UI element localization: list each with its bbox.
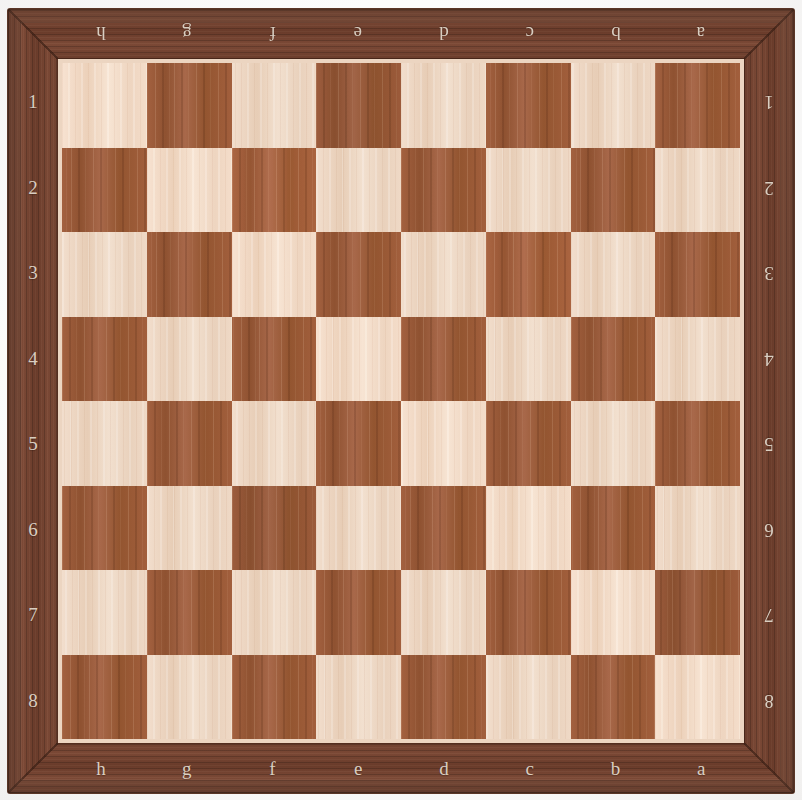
frame-left-rank-labels: 12345678 [8, 59, 58, 743]
rank-label-7: 7 [744, 572, 794, 658]
square-f6[interactable] [232, 486, 317, 571]
square-f4[interactable] [232, 317, 317, 402]
frame-corner-bottom-right [744, 743, 794, 793]
rank-label-2: 2 [744, 145, 794, 231]
file-label-d: d [401, 743, 487, 793]
file-label-g: g [144, 743, 230, 793]
square-c7[interactable] [486, 570, 571, 655]
file-label-a: a [658, 9, 744, 59]
square-d5[interactable] [401, 401, 486, 486]
playing-field [58, 59, 744, 743]
rank-label-5: 5 [744, 401, 794, 487]
square-g2[interactable] [147, 148, 232, 233]
file-label-b: b [573, 743, 659, 793]
square-d3[interactable] [401, 232, 486, 317]
square-h1[interactable] [62, 63, 147, 148]
square-a7[interactable] [655, 570, 740, 655]
file-label-e: e [315, 743, 401, 793]
file-label-e: e [315, 9, 401, 59]
square-h3[interactable] [62, 232, 147, 317]
square-e7[interactable] [316, 570, 401, 655]
rank-label-4: 4 [744, 316, 794, 402]
file-label-a: a [658, 743, 744, 793]
rank-label-3: 3 [744, 230, 794, 316]
frame-bottom-file-labels: hgfedcba [58, 743, 744, 793]
square-a1[interactable] [655, 63, 740, 148]
square-g4[interactable] [147, 317, 232, 402]
rank-label-1: 1 [744, 59, 794, 145]
square-b7[interactable] [571, 570, 656, 655]
square-d6[interactable] [401, 486, 486, 571]
frame-corner-top-right [744, 9, 794, 59]
square-f7[interactable] [232, 570, 317, 655]
square-d8[interactable] [401, 655, 486, 740]
square-b2[interactable] [571, 148, 656, 233]
rank-label-6: 6 [8, 487, 58, 573]
square-f1[interactable] [232, 63, 317, 148]
square-c2[interactable] [486, 148, 571, 233]
square-g8[interactable] [147, 655, 232, 740]
square-e2[interactable] [316, 148, 401, 233]
square-d2[interactable] [401, 148, 486, 233]
square-f2[interactable] [232, 148, 317, 233]
rank-label-8: 8 [8, 658, 58, 744]
square-c5[interactable] [486, 401, 571, 486]
rank-label-7: 7 [8, 572, 58, 658]
square-e6[interactable] [316, 486, 401, 571]
square-b3[interactable] [571, 232, 656, 317]
square-h5[interactable] [62, 401, 147, 486]
frame-corner-bottom-left [8, 743, 58, 793]
square-a5[interactable] [655, 401, 740, 486]
rank-label-4: 4 [8, 316, 58, 402]
square-e5[interactable] [316, 401, 401, 486]
file-label-f: f [230, 743, 316, 793]
square-b1[interactable] [571, 63, 656, 148]
rank-label-1: 1 [8, 59, 58, 145]
square-e4[interactable] [316, 317, 401, 402]
square-g6[interactable] [147, 486, 232, 571]
square-e3[interactable] [316, 232, 401, 317]
square-b5[interactable] [571, 401, 656, 486]
square-a3[interactable] [655, 232, 740, 317]
file-label-b: b [573, 9, 659, 59]
file-label-h: h [58, 9, 144, 59]
square-g5[interactable] [147, 401, 232, 486]
square-g7[interactable] [147, 570, 232, 655]
square-c3[interactable] [486, 232, 571, 317]
square-h4[interactable] [62, 317, 147, 402]
square-f3[interactable] [232, 232, 317, 317]
rank-label-3: 3 [8, 230, 58, 316]
square-b6[interactable] [571, 486, 656, 571]
file-label-f: f [230, 9, 316, 59]
file-label-d: d [401, 9, 487, 59]
rank-label-2: 2 [8, 145, 58, 231]
square-a4[interactable] [655, 317, 740, 402]
square-f8[interactable] [232, 655, 317, 740]
square-d4[interactable] [401, 317, 486, 402]
square-f5[interactable] [232, 401, 317, 486]
square-a6[interactable] [655, 486, 740, 571]
square-c1[interactable] [486, 63, 571, 148]
file-label-c: c [487, 743, 573, 793]
square-e1[interactable] [316, 63, 401, 148]
square-h7[interactable] [62, 570, 147, 655]
square-e8[interactable] [316, 655, 401, 740]
rank-label-6: 6 [744, 487, 794, 573]
file-label-g: g [144, 9, 230, 59]
file-label-h: h [58, 743, 144, 793]
square-h8[interactable] [62, 655, 147, 740]
file-label-c: c [487, 9, 573, 59]
frame-corner-top-left [8, 9, 58, 59]
frame-right-rank-labels: 12345678 [744, 59, 794, 743]
square-c4[interactable] [486, 317, 571, 402]
rank-label-5: 5 [8, 401, 58, 487]
chessboard: hgfedcba 12345678 12345678 hgfedcba [7, 8, 795, 794]
square-g1[interactable] [147, 63, 232, 148]
rank-label-8: 8 [744, 658, 794, 744]
square-d1[interactable] [401, 63, 486, 148]
square-c8[interactable] [486, 655, 571, 740]
square-h6[interactable] [62, 486, 147, 571]
square-d7[interactable] [401, 570, 486, 655]
frame-top-file-labels: hgfedcba [58, 9, 744, 59]
square-b4[interactable] [571, 317, 656, 402]
square-c6[interactable] [486, 486, 571, 571]
square-a8[interactable] [655, 655, 740, 740]
square-a2[interactable] [655, 148, 740, 233]
product-photo: hgfedcba 12345678 12345678 hgfedcba [0, 0, 802, 800]
square-h2[interactable] [62, 148, 147, 233]
square-b8[interactable] [571, 655, 656, 740]
square-g3[interactable] [147, 232, 232, 317]
